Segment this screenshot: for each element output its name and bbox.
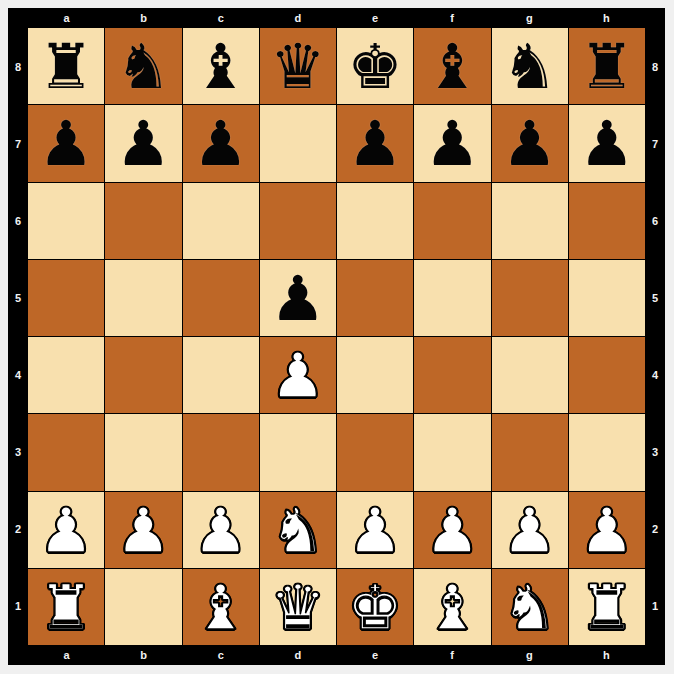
square-f6[interactable] [414, 183, 490, 259]
file-labels-bottom: abcdefgh [28, 645, 645, 665]
file-label-top-c: c [182, 8, 259, 28]
black-knight-piece[interactable]: ♞ [502, 36, 558, 98]
square-g6[interactable] [492, 183, 568, 259]
file-label-top-a: a [28, 8, 105, 28]
black-pawn-piece[interactable]: ♟ [38, 113, 94, 175]
file-label-bottom-d: d [259, 645, 336, 665]
square-a6[interactable] [28, 183, 104, 259]
white-queen-piece[interactable]: ♛ [270, 577, 326, 639]
square-g3[interactable] [492, 414, 568, 490]
square-d6[interactable] [260, 183, 336, 259]
square-f2[interactable]: ♟ [414, 492, 490, 568]
square-h5[interactable] [569, 260, 645, 336]
square-f8[interactable]: ♝ [414, 28, 490, 104]
file-label-bottom-c: c [182, 645, 259, 665]
black-pawn-piece[interactable]: ♟ [347, 113, 403, 175]
white-bishop-piece[interactable]: ♝ [193, 577, 249, 639]
white-pawn-piece[interactable]: ♟ [193, 500, 249, 562]
black-knight-piece[interactable]: ♞ [116, 36, 172, 98]
file-label-bottom-a: a [28, 645, 105, 665]
white-pawn-piece[interactable]: ♟ [579, 500, 635, 562]
square-d5[interactable]: ♟ [260, 260, 336, 336]
square-f1[interactable]: ♝ [414, 569, 490, 645]
rank-label-right-3: 3 [645, 414, 665, 491]
square-d1[interactable]: ♛ [260, 569, 336, 645]
square-b7[interactable]: ♟ [105, 105, 181, 181]
board: ♜♞♝♛♚♝♞♜♟♟♟♟♟♟♟♟♟♟♟♟♞♟♟♟♟♜♝♛♚♝♞♜ [28, 28, 645, 645]
square-e1[interactable]: ♚ [337, 569, 413, 645]
rank-labels-left: 87654321 [8, 28, 28, 645]
square-b2[interactable]: ♟ [105, 492, 181, 568]
square-f4[interactable] [414, 337, 490, 413]
rank-label-left-6: 6 [8, 182, 28, 259]
square-c4[interactable] [183, 337, 259, 413]
file-label-bottom-b: b [105, 645, 182, 665]
square-g4[interactable] [492, 337, 568, 413]
white-pawn-piece[interactable]: ♟ [270, 345, 326, 407]
rank-label-left-3: 3 [8, 414, 28, 491]
square-c1[interactable]: ♝ [183, 569, 259, 645]
white-pawn-piece[interactable]: ♟ [116, 500, 172, 562]
square-f5[interactable] [414, 260, 490, 336]
black-pawn-piece[interactable]: ♟ [270, 268, 326, 330]
white-rook-piece[interactable]: ♜ [38, 577, 94, 639]
file-label-top-f: f [414, 8, 491, 28]
square-e2[interactable]: ♟ [337, 492, 413, 568]
board-frame: abcdefgh abcdefgh 87654321 87654321 ♜♞♝♛… [8, 8, 665, 665]
white-rook-piece[interactable]: ♜ [579, 577, 635, 639]
square-e7[interactable]: ♟ [337, 105, 413, 181]
white-knight-piece[interactable]: ♞ [270, 500, 326, 562]
square-a7[interactable]: ♟ [28, 105, 104, 181]
square-a2[interactable]: ♟ [28, 492, 104, 568]
square-h3[interactable] [569, 414, 645, 490]
black-rook-piece[interactable]: ♜ [38, 36, 94, 98]
square-c6[interactable] [183, 183, 259, 259]
square-e5[interactable] [337, 260, 413, 336]
white-pawn-piece[interactable]: ♟ [425, 500, 481, 562]
square-a8[interactable]: ♜ [28, 28, 104, 104]
square-d8[interactable]: ♛ [260, 28, 336, 104]
file-label-bottom-f: f [414, 645, 491, 665]
rank-label-left-1: 1 [8, 568, 28, 645]
square-f3[interactable] [414, 414, 490, 490]
rank-label-left-2: 2 [8, 491, 28, 568]
white-pawn-piece[interactable]: ♟ [347, 500, 403, 562]
square-e4[interactable] [337, 337, 413, 413]
rank-label-right-2: 2 [645, 491, 665, 568]
square-e8[interactable]: ♚ [337, 28, 413, 104]
black-rook-piece[interactable]: ♜ [579, 36, 635, 98]
file-labels-top: abcdefgh [28, 8, 645, 28]
square-a4[interactable] [28, 337, 104, 413]
file-label-top-e: e [337, 8, 414, 28]
square-h1[interactable]: ♜ [569, 569, 645, 645]
square-h7[interactable]: ♟ [569, 105, 645, 181]
square-c7[interactable]: ♟ [183, 105, 259, 181]
square-g7[interactable]: ♟ [492, 105, 568, 181]
black-pawn-piece[interactable]: ♟ [116, 113, 172, 175]
square-g2[interactable]: ♟ [492, 492, 568, 568]
square-g5[interactable] [492, 260, 568, 336]
chess-app-window: abcdefgh abcdefgh 87654321 87654321 ♜♞♝♛… [0, 0, 674, 674]
square-b4[interactable] [105, 337, 181, 413]
rank-label-right-5: 5 [645, 259, 665, 336]
square-a3[interactable] [28, 414, 104, 490]
file-label-bottom-e: e [337, 645, 414, 665]
square-e6[interactable] [337, 183, 413, 259]
square-h4[interactable] [569, 337, 645, 413]
rank-label-left-7: 7 [8, 105, 28, 182]
rank-label-left-5: 5 [8, 259, 28, 336]
square-b5[interactable] [105, 260, 181, 336]
rank-labels-right: 87654321 [645, 28, 665, 645]
square-c2[interactable]: ♟ [183, 492, 259, 568]
white-bishop-piece[interactable]: ♝ [425, 577, 481, 639]
file-label-top-b: b [105, 8, 182, 28]
square-c3[interactable] [183, 414, 259, 490]
rank-label-left-4: 4 [8, 337, 28, 414]
square-g8[interactable]: ♞ [492, 28, 568, 104]
rank-label-right-1: 1 [645, 568, 665, 645]
square-d7[interactable] [260, 105, 336, 181]
square-b8[interactable]: ♞ [105, 28, 181, 104]
square-h2[interactable]: ♟ [569, 492, 645, 568]
square-c8[interactable]: ♝ [183, 28, 259, 104]
square-h8[interactable]: ♜ [569, 28, 645, 104]
square-c5[interactable] [183, 260, 259, 336]
square-d4[interactable]: ♟ [260, 337, 336, 413]
black-pawn-piece[interactable]: ♟ [502, 113, 558, 175]
black-pawn-piece[interactable]: ♟ [579, 113, 635, 175]
square-h6[interactable] [569, 183, 645, 259]
rank-label-right-6: 6 [645, 182, 665, 259]
black-pawn-piece[interactable]: ♟ [193, 113, 249, 175]
black-bishop-piece[interactable]: ♝ [425, 36, 481, 98]
file-label-bottom-g: g [491, 645, 568, 665]
rank-label-right-7: 7 [645, 105, 665, 182]
square-a5[interactable] [28, 260, 104, 336]
rank-label-left-8: 8 [8, 28, 28, 105]
file-label-top-h: h [568, 8, 645, 28]
file-label-bottom-h: h [568, 645, 645, 665]
file-label-top-d: d [259, 8, 336, 28]
black-pawn-piece[interactable]: ♟ [425, 113, 481, 175]
square-b1[interactable] [105, 569, 181, 645]
square-b3[interactable] [105, 414, 181, 490]
white-pawn-piece[interactable]: ♟ [502, 500, 558, 562]
white-knight-piece[interactable]: ♞ [502, 577, 558, 639]
black-bishop-piece[interactable]: ♝ [193, 36, 249, 98]
white-pawn-piece[interactable]: ♟ [38, 500, 94, 562]
square-f7[interactable]: ♟ [414, 105, 490, 181]
white-king-piece[interactable]: ♚ [347, 577, 403, 639]
square-g1[interactable]: ♞ [492, 569, 568, 645]
rank-label-right-4: 4 [645, 337, 665, 414]
square-e3[interactable] [337, 414, 413, 490]
black-king-piece[interactable]: ♚ [347, 36, 403, 98]
square-a1[interactable]: ♜ [28, 569, 104, 645]
black-queen-piece[interactable]: ♛ [270, 36, 326, 98]
file-label-top-g: g [491, 8, 568, 28]
square-d2[interactable]: ♞ [260, 492, 336, 568]
rank-label-right-8: 8 [645, 28, 665, 105]
square-d3[interactable] [260, 414, 336, 490]
square-b6[interactable] [105, 183, 181, 259]
